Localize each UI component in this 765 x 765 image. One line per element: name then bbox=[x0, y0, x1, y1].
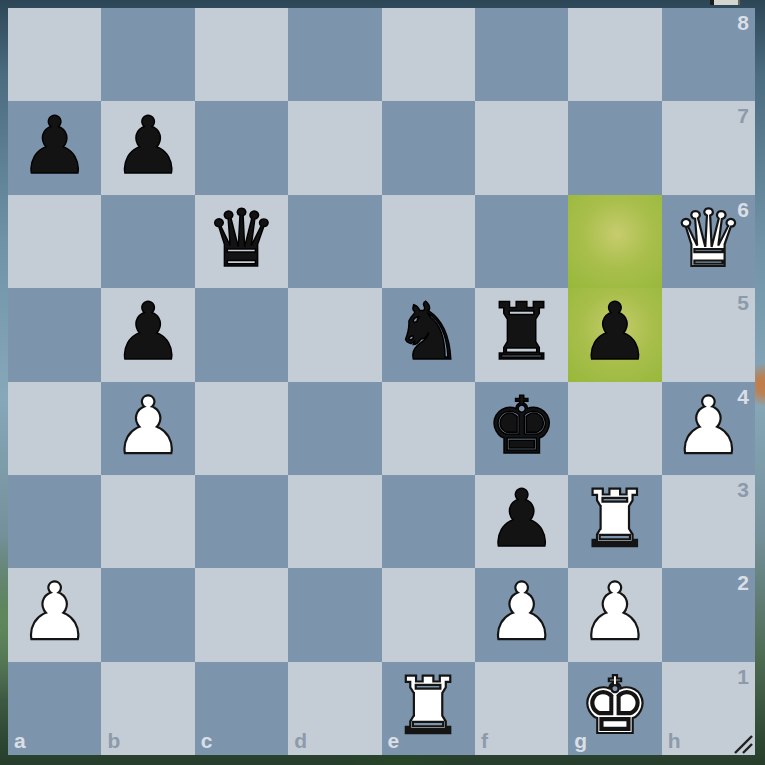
square-b1[interactable]: b bbox=[101, 662, 194, 755]
rank-label-8: 8 bbox=[737, 11, 749, 35]
square-e5[interactable]: ♞ bbox=[382, 288, 475, 381]
file-label-b: b bbox=[107, 729, 120, 753]
square-g2[interactable]: ♟ bbox=[568, 568, 661, 661]
black-king[interactable]: ♚ bbox=[475, 382, 568, 475]
white-pawn[interactable]: ♟ bbox=[101, 382, 194, 475]
square-f1[interactable]: f bbox=[475, 662, 568, 755]
square-g6[interactable] bbox=[568, 195, 661, 288]
square-f6[interactable] bbox=[475, 195, 568, 288]
square-g8[interactable] bbox=[568, 8, 661, 101]
square-b6[interactable] bbox=[101, 195, 194, 288]
square-b7[interactable]: ♟ bbox=[101, 101, 194, 194]
white-rook[interactable]: ♜ bbox=[382, 662, 475, 755]
rank-label-5: 5 bbox=[737, 291, 749, 315]
square-f3[interactable]: ♟ bbox=[475, 475, 568, 568]
square-g7[interactable] bbox=[568, 101, 661, 194]
file-label-c: c bbox=[201, 729, 213, 753]
square-g1[interactable]: g♚ bbox=[568, 662, 661, 755]
square-c6[interactable]: ♛ bbox=[195, 195, 288, 288]
square-f8[interactable] bbox=[475, 8, 568, 101]
square-d2[interactable] bbox=[288, 568, 381, 661]
square-g3[interactable]: ♜ bbox=[568, 475, 661, 568]
square-g5[interactable]: ♟ bbox=[568, 288, 661, 381]
square-a2[interactable]: ♟ bbox=[8, 568, 101, 661]
square-f7[interactable] bbox=[475, 101, 568, 194]
square-e3[interactable] bbox=[382, 475, 475, 568]
black-knight[interactable]: ♞ bbox=[382, 288, 475, 381]
white-pawn[interactable]: ♟ bbox=[475, 568, 568, 661]
square-h7[interactable]: 7 bbox=[662, 101, 755, 194]
square-b3[interactable] bbox=[101, 475, 194, 568]
white-pawn[interactable]: ♟ bbox=[8, 568, 101, 661]
square-e1[interactable]: e♜ bbox=[382, 662, 475, 755]
square-b8[interactable] bbox=[101, 8, 194, 101]
rank-label-7: 7 bbox=[737, 104, 749, 128]
square-b2[interactable] bbox=[101, 568, 194, 661]
square-e4[interactable] bbox=[382, 382, 475, 475]
black-pawn[interactable]: ♟ bbox=[8, 101, 101, 194]
black-rook[interactable]: ♜ bbox=[475, 288, 568, 381]
square-d3[interactable] bbox=[288, 475, 381, 568]
square-f4[interactable]: ♚ bbox=[475, 382, 568, 475]
rank-label-3: 3 bbox=[737, 478, 749, 502]
white-rook[interactable]: ♜ bbox=[568, 475, 661, 568]
square-a7[interactable]: ♟ bbox=[8, 101, 101, 194]
white-king[interactable]: ♚ bbox=[568, 662, 661, 755]
square-e7[interactable] bbox=[382, 101, 475, 194]
square-c8[interactable] bbox=[195, 8, 288, 101]
resize-handle-icon[interactable] bbox=[732, 733, 754, 755]
square-c1[interactable]: c bbox=[195, 662, 288, 755]
rank-label-2: 2 bbox=[737, 571, 749, 595]
square-h3[interactable]: 3 bbox=[662, 475, 755, 568]
square-c4[interactable] bbox=[195, 382, 288, 475]
square-a8[interactable] bbox=[8, 8, 101, 101]
square-a4[interactable] bbox=[8, 382, 101, 475]
file-label-a: a bbox=[14, 729, 26, 753]
square-e6[interactable] bbox=[382, 195, 475, 288]
square-b5[interactable]: ♟ bbox=[101, 288, 194, 381]
square-b4[interactable]: ♟ bbox=[101, 382, 194, 475]
black-pawn[interactable]: ♟ bbox=[101, 101, 194, 194]
black-queen[interactable]: ♛ bbox=[195, 195, 288, 288]
rank-label-1: 1 bbox=[737, 665, 749, 689]
square-c2[interactable] bbox=[195, 568, 288, 661]
white-queen[interactable]: ♛ bbox=[662, 195, 755, 288]
square-e8[interactable] bbox=[382, 8, 475, 101]
black-pawn[interactable]: ♟ bbox=[475, 475, 568, 568]
clipped-ui-fragment-top bbox=[710, 0, 740, 5]
square-h6[interactable]: 6♛ bbox=[662, 195, 755, 288]
file-label-d: d bbox=[294, 729, 307, 753]
square-h2[interactable]: 2 bbox=[662, 568, 755, 661]
black-pawn[interactable]: ♟ bbox=[101, 288, 194, 381]
black-pawn[interactable]: ♟ bbox=[568, 288, 661, 381]
square-a3[interactable] bbox=[8, 475, 101, 568]
square-c5[interactable] bbox=[195, 288, 288, 381]
square-a5[interactable] bbox=[8, 288, 101, 381]
square-c3[interactable] bbox=[195, 475, 288, 568]
square-g4[interactable] bbox=[568, 382, 661, 475]
square-d8[interactable] bbox=[288, 8, 381, 101]
file-label-f: f bbox=[481, 729, 488, 753]
square-f5[interactable]: ♜ bbox=[475, 288, 568, 381]
square-d1[interactable]: d bbox=[288, 662, 381, 755]
square-d7[interactable] bbox=[288, 101, 381, 194]
square-h8[interactable]: 8 bbox=[662, 8, 755, 101]
square-a1[interactable]: a bbox=[8, 662, 101, 755]
square-f2[interactable]: ♟ bbox=[475, 568, 568, 661]
square-h5[interactable]: 5 bbox=[662, 288, 755, 381]
white-pawn[interactable]: ♟ bbox=[568, 568, 661, 661]
square-d6[interactable] bbox=[288, 195, 381, 288]
square-a6[interactable] bbox=[8, 195, 101, 288]
square-e2[interactable] bbox=[382, 568, 475, 661]
square-h4[interactable]: 4♟ bbox=[662, 382, 755, 475]
square-d5[interactable] bbox=[288, 288, 381, 381]
white-pawn[interactable]: ♟ bbox=[662, 382, 755, 475]
square-c7[interactable] bbox=[195, 101, 288, 194]
file-label-h: h bbox=[668, 729, 681, 753]
chess-board: 8♟♟7♛6♛♟♞♜♟5♟♚4♟♟♜3♟♟♟2abcde♜fg♚1h bbox=[8, 8, 755, 755]
square-d4[interactable] bbox=[288, 382, 381, 475]
